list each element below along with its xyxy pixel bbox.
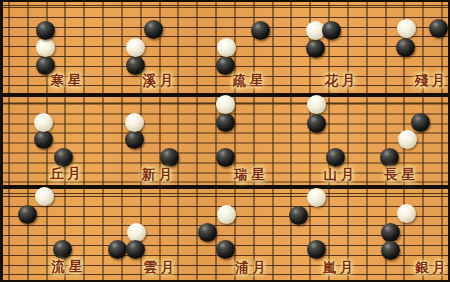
black-stone	[54, 148, 73, 167]
black-stone	[306, 39, 325, 58]
white-stone	[126, 38, 145, 57]
opening-label: 疏星	[233, 74, 268, 88]
white-stone	[307, 95, 326, 114]
black-stone	[381, 241, 400, 260]
white-stone	[127, 223, 146, 242]
renju-opening-board: 寒星溪月疏星花月殘月丘月新月瑞星山月長星流星雲月浦月嵐月銀月	[0, 0, 450, 282]
opening-label: 嵐月	[323, 261, 358, 275]
white-stone	[36, 38, 55, 57]
black-stone	[322, 21, 341, 40]
black-stone	[144, 20, 163, 39]
black-stone	[125, 130, 144, 149]
black-stone	[53, 240, 72, 259]
black-stone	[18, 205, 37, 224]
white-stone	[217, 38, 236, 57]
board-top-border	[0, 0, 450, 2]
opening-label: 長星	[384, 168, 419, 182]
black-stone	[108, 240, 127, 259]
black-stone	[34, 130, 53, 149]
black-stone	[216, 113, 235, 132]
opening-label: 山月	[324, 168, 359, 182]
opening-label: 溪月	[143, 74, 178, 88]
black-stone	[126, 240, 145, 259]
opening-label: 流星	[52, 260, 87, 274]
opening-label: 花月	[325, 74, 360, 88]
opening-label: 新月	[142, 168, 177, 182]
black-stone	[36, 21, 55, 40]
opening-label: 丘月	[50, 167, 85, 181]
white-stone	[217, 205, 236, 224]
black-stone	[380, 148, 399, 167]
black-stone	[429, 19, 448, 38]
black-stone	[307, 114, 326, 133]
opening-label: 瑞星	[234, 168, 269, 182]
opening-label: 殘月	[415, 74, 450, 88]
black-stone	[326, 148, 345, 167]
board-left-border	[0, 0, 3, 282]
black-stone	[216, 148, 235, 167]
black-stone	[160, 148, 179, 167]
white-stone	[398, 130, 417, 149]
black-stone	[411, 113, 430, 132]
opening-label: 銀月	[415, 261, 450, 275]
white-stone	[307, 188, 326, 207]
opening-label: 寒星	[51, 74, 86, 88]
black-stone	[381, 223, 400, 242]
white-stone	[397, 19, 416, 38]
black-stone	[396, 38, 415, 57]
opening-label: 雲月	[144, 261, 179, 275]
row-separator-2	[0, 185, 450, 189]
white-stone	[34, 113, 53, 132]
black-stone	[289, 206, 308, 225]
black-stone	[251, 21, 270, 40]
white-stone	[216, 95, 235, 114]
white-stone	[35, 187, 54, 206]
white-stone	[397, 204, 416, 223]
black-stone	[216, 240, 235, 259]
black-stone	[307, 240, 326, 259]
black-stone	[198, 223, 217, 242]
white-stone	[125, 113, 144, 132]
opening-label: 浦月	[235, 261, 270, 275]
